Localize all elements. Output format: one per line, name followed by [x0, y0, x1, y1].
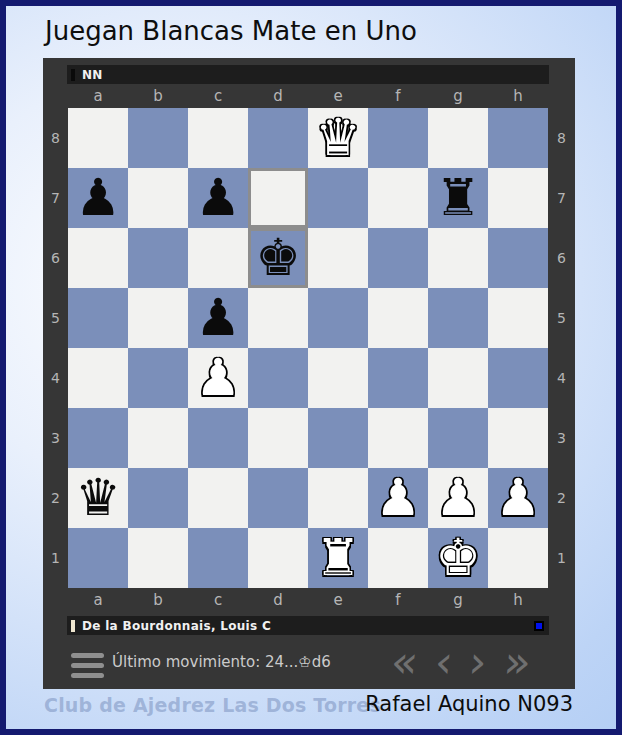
rank-label-7: 7	[43, 168, 68, 228]
square-b1[interactable]	[128, 528, 188, 588]
square-h3[interactable]	[488, 408, 548, 468]
rank-label-6: 6	[548, 228, 575, 288]
white-rook[interactable]: ♜	[308, 528, 368, 588]
square-d5[interactable]	[248, 288, 308, 348]
rank-label-4: 4	[43, 348, 68, 408]
file-labels-top: abcdefgh	[68, 84, 548, 108]
square-c8[interactable]	[188, 108, 248, 168]
top-player-bar: NN	[67, 65, 549, 84]
square-f3[interactable]	[368, 408, 428, 468]
rank-labels-left: 87654321	[43, 108, 68, 588]
file-label-c: c	[188, 591, 248, 609]
square-b2[interactable]	[128, 468, 188, 528]
white-queen[interactable]: ♛	[308, 108, 368, 168]
square-d7[interactable]	[248, 168, 308, 228]
square-b5[interactable]	[128, 288, 188, 348]
square-f7[interactable]	[368, 168, 428, 228]
file-label-g: g	[428, 87, 488, 105]
square-c1[interactable]	[188, 528, 248, 588]
white-pawn[interactable]: ♟	[188, 348, 248, 408]
square-e6[interactable]	[308, 228, 368, 288]
rank-label-3: 3	[43, 408, 68, 468]
file-label-g: g	[428, 591, 488, 609]
black-pawn[interactable]: ♟	[188, 168, 248, 228]
square-b4[interactable]	[128, 348, 188, 408]
black-pawn[interactable]: ♟	[188, 288, 248, 348]
square-f6[interactable]	[368, 228, 428, 288]
black-side-marker	[71, 69, 75, 81]
square-e1[interactable]: ♜	[308, 528, 368, 588]
square-a7[interactable]: ♟	[68, 168, 128, 228]
square-c3[interactable]	[188, 408, 248, 468]
square-g8[interactable]	[428, 108, 488, 168]
file-label-a: a	[68, 87, 128, 105]
rank-label-1: 1	[43, 528, 68, 588]
square-h2[interactable]: ♟	[488, 468, 548, 528]
nav-buttons: «‹›»	[391, 640, 531, 684]
controls-bar: Último movimiento: 24...♔d6 «‹›»	[43, 640, 575, 689]
white-pawn[interactable]: ♟	[428, 468, 488, 528]
square-e8[interactable]: ♛	[308, 108, 368, 168]
rank-label-1: 1	[548, 528, 575, 588]
white-pawn[interactable]: ♟	[368, 468, 428, 528]
square-f8[interactable]	[368, 108, 428, 168]
square-f5[interactable]	[368, 288, 428, 348]
square-b6[interactable]	[128, 228, 188, 288]
square-h7[interactable]	[488, 168, 548, 228]
square-f1[interactable]	[368, 528, 428, 588]
square-h1[interactable]	[488, 528, 548, 588]
square-g7[interactable]: ♜	[428, 168, 488, 228]
square-e2[interactable]	[308, 468, 368, 528]
file-label-b: b	[128, 87, 188, 105]
rank-label-8: 8	[43, 108, 68, 168]
rank-label-7: 7	[548, 168, 575, 228]
rank-label-3: 3	[548, 408, 575, 468]
square-g6[interactable]	[428, 228, 488, 288]
square-d2[interactable]	[248, 468, 308, 528]
menu-icon[interactable]	[71, 653, 104, 678]
rank-label-4: 4	[548, 348, 575, 408]
rank-label-5: 5	[548, 288, 575, 348]
square-g3[interactable]	[428, 408, 488, 468]
nav-go-start[interactable]: «	[389, 640, 421, 684]
author-attribution: Rafael Aquino N093	[365, 692, 573, 716]
rank-label-8: 8	[548, 108, 575, 168]
square-f2[interactable]: ♟	[368, 468, 428, 528]
black-king[interactable]: ♚	[248, 228, 308, 288]
file-label-a: a	[68, 591, 128, 609]
square-b8[interactable]	[128, 108, 188, 168]
square-d3[interactable]	[248, 408, 308, 468]
square-g4[interactable]	[428, 348, 488, 408]
square-h6[interactable]	[488, 228, 548, 288]
black-rook[interactable]: ♜	[428, 168, 488, 228]
last-move-text: Último movimiento: 24...♔d6	[112, 640, 331, 684]
chess-board[interactable]: ♛♟♟♜♚♟♟♛♟♟♟♜♚	[68, 108, 548, 588]
square-d1[interactable]	[248, 528, 308, 588]
white-side-marker	[71, 620, 75, 632]
bottom-player-name: De la Bourdonnais, Louis C	[82, 619, 271, 633]
nav-go-end[interactable]: »	[502, 640, 534, 684]
square-e4[interactable]	[308, 348, 368, 408]
black-pawn[interactable]: ♟	[68, 168, 128, 228]
square-c7[interactable]: ♟	[188, 168, 248, 228]
bottom-player-bar: De la Bourdonnais, Louis C	[67, 616, 549, 635]
square-d6[interactable]: ♚	[248, 228, 308, 288]
square-a8[interactable]	[68, 108, 128, 168]
file-label-h: h	[488, 87, 548, 105]
square-g5[interactable]	[428, 288, 488, 348]
square-h5[interactable]	[488, 288, 548, 348]
square-h8[interactable]	[488, 108, 548, 168]
file-label-f: f	[368, 591, 428, 609]
square-c4[interactable]: ♟	[188, 348, 248, 408]
square-b3[interactable]	[128, 408, 188, 468]
rank-label-2: 2	[43, 468, 68, 528]
file-label-f: f	[368, 87, 428, 105]
nav-step-forward[interactable]: ›	[467, 640, 489, 684]
square-a4[interactable]	[68, 348, 128, 408]
square-h4[interactable]	[488, 348, 548, 408]
rank-labels-right: 87654321	[548, 108, 575, 588]
square-e7[interactable]	[308, 168, 368, 228]
black-queen[interactable]: ♛	[68, 468, 128, 528]
square-c2[interactable]	[188, 468, 248, 528]
square-a6[interactable]	[68, 228, 128, 288]
square-a5[interactable]	[68, 288, 128, 348]
top-player-name: NN	[82, 68, 103, 82]
rank-label-6: 6	[43, 228, 68, 288]
file-label-h: h	[488, 591, 548, 609]
rank-label-2: 2	[548, 468, 575, 528]
white-king[interactable]: ♚	[428, 528, 488, 588]
chess-widget-panel: NN abcdefgh 87654321 ♛♟♟♜♚♟♟♛♟♟♟♜♚ 87654…	[43, 58, 575, 689]
file-label-e: e	[308, 87, 368, 105]
club-watermark: Club de Ajedrez Las Dos Torres	[44, 694, 381, 716]
square-g1[interactable]: ♚	[428, 528, 488, 588]
file-label-e: e	[308, 591, 368, 609]
square-d4[interactable]	[248, 348, 308, 408]
square-a3[interactable]	[68, 408, 128, 468]
square-c5[interactable]: ♟	[188, 288, 248, 348]
file-label-d: d	[248, 591, 308, 609]
square-a2[interactable]: ♛	[68, 468, 128, 528]
square-a1[interactable]	[68, 528, 128, 588]
file-labels-bottom: abcdefgh	[68, 588, 548, 612]
status-indicator	[534, 621, 544, 631]
square-c6[interactable]	[188, 228, 248, 288]
nav-step-back[interactable]: ‹	[433, 640, 455, 684]
square-e3[interactable]	[308, 408, 368, 468]
square-d8[interactable]	[248, 108, 308, 168]
square-b7[interactable]	[128, 168, 188, 228]
rank-label-5: 5	[43, 288, 68, 348]
square-f4[interactable]	[368, 348, 428, 408]
file-label-c: c	[188, 87, 248, 105]
square-g2[interactable]: ♟	[428, 468, 488, 528]
white-pawn[interactable]: ♟	[488, 468, 548, 528]
file-label-b: b	[128, 591, 188, 609]
square-e5[interactable]	[308, 288, 368, 348]
page-title: Juegan Blancas Mate en Uno	[45, 16, 417, 46]
file-label-d: d	[248, 87, 308, 105]
